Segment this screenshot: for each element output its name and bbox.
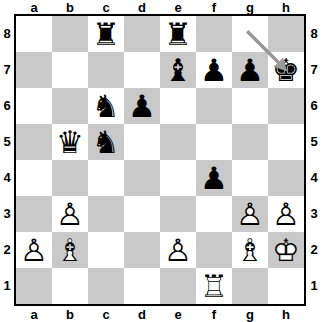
- square-c5[interactable]: ♞: [88, 124, 124, 160]
- square-e4[interactable]: [160, 160, 196, 196]
- piece-bR-c8[interactable]: ♜: [88, 16, 124, 52]
- file-label-h: h: [268, 0, 304, 14]
- piece-outline: ♖: [196, 268, 232, 304]
- piece-wP-b3[interactable]: ♟♙: [52, 196, 88, 232]
- piece-bP-f7[interactable]: ♟: [196, 52, 232, 88]
- file-label-a: a: [16, 0, 52, 14]
- piece-outline: ♗: [232, 232, 268, 268]
- square-f4[interactable]: ♟: [196, 160, 232, 196]
- square-a1[interactable]: [16, 268, 52, 304]
- piece-outline: ♙: [52, 196, 88, 232]
- square-c2[interactable]: [88, 232, 124, 268]
- square-b5[interactable]: ♛: [52, 124, 88, 160]
- file-label-e: e: [160, 0, 196, 14]
- file-label-c: c: [88, 307, 124, 321]
- square-a6[interactable]: [16, 88, 52, 124]
- rank-label-7: 7: [307, 52, 321, 88]
- square-f3[interactable]: [196, 196, 232, 232]
- rank-labels-right: 87654321: [307, 16, 321, 304]
- square-g2[interactable]: ♝♗: [232, 232, 268, 268]
- square-g6[interactable]: [232, 88, 268, 124]
- piece-wB-b2[interactable]: ♝♗: [52, 232, 88, 268]
- square-h7[interactable]: ♚: [268, 52, 304, 88]
- rank-label-7: 7: [0, 52, 14, 88]
- file-label-f: f: [196, 307, 232, 321]
- square-d4[interactable]: [124, 160, 160, 196]
- piece-bP-f4[interactable]: ♟: [196, 160, 232, 196]
- piece-wR-f1[interactable]: ♜♖: [196, 268, 232, 304]
- file-labels-bottom: abcdefgh: [16, 307, 304, 321]
- piece-bN-c5[interactable]: ♞: [88, 124, 124, 160]
- piece-bP-g7[interactable]: ♟: [232, 52, 268, 88]
- square-b3[interactable]: ♟♙: [52, 196, 88, 232]
- rank-labels-left: 87654321: [0, 16, 14, 304]
- square-f1[interactable]: ♜♖: [196, 268, 232, 304]
- square-f8[interactable]: [196, 16, 232, 52]
- file-label-b: b: [52, 0, 88, 14]
- square-a2[interactable]: ♟♙: [16, 232, 52, 268]
- piece-outline: ♙: [16, 232, 52, 268]
- rank-label-6: 6: [307, 88, 321, 124]
- square-b6[interactable]: [52, 88, 88, 124]
- square-e6[interactable]: [160, 88, 196, 124]
- piece-wP-h3[interactable]: ♟♙: [268, 196, 304, 232]
- square-h6[interactable]: [268, 88, 304, 124]
- square-h5[interactable]: [268, 124, 304, 160]
- piece-bN-c6[interactable]: ♞: [88, 88, 124, 124]
- square-f6[interactable]: [196, 88, 232, 124]
- square-d5[interactable]: [124, 124, 160, 160]
- piece-wB-g2[interactable]: ♝♗: [232, 232, 268, 268]
- square-d1[interactable]: [124, 268, 160, 304]
- file-label-d: d: [124, 307, 160, 321]
- square-f5[interactable]: [196, 124, 232, 160]
- square-g8[interactable]: [232, 16, 268, 52]
- rank-label-5: 5: [307, 124, 321, 160]
- piece-wP-a2[interactable]: ♟♙: [16, 232, 52, 268]
- piece-outline: ♙: [232, 196, 268, 232]
- chess-diagram: abcdefgh abcdefgh 87654321 87654321 ♜♜♝♟…: [0, 0, 322, 322]
- square-h3[interactable]: ♟♙: [268, 196, 304, 232]
- piece-bK-h7[interactable]: ♚: [268, 52, 304, 88]
- file-label-g: g: [232, 307, 268, 321]
- file-label-h: h: [268, 307, 304, 321]
- square-d6[interactable]: ♟: [124, 88, 160, 124]
- square-h1[interactable]: [268, 268, 304, 304]
- square-d3[interactable]: [124, 196, 160, 232]
- piece-outline: ♗: [52, 232, 88, 268]
- square-h8[interactable]: [268, 16, 304, 52]
- rank-label-4: 4: [0, 160, 14, 196]
- square-b7[interactable]: [52, 52, 88, 88]
- square-d7[interactable]: [124, 52, 160, 88]
- square-c8[interactable]: ♜: [88, 16, 124, 52]
- piece-wP-g3[interactable]: ♟♙: [232, 196, 268, 232]
- square-a8[interactable]: [16, 16, 52, 52]
- square-f7[interactable]: ♟: [196, 52, 232, 88]
- square-g4[interactable]: [232, 160, 268, 196]
- square-e5[interactable]: [160, 124, 196, 160]
- square-h4[interactable]: [268, 160, 304, 196]
- file-label-g: g: [232, 0, 268, 14]
- piece-outline: ♙: [160, 232, 196, 268]
- file-label-e: e: [160, 307, 196, 321]
- square-c1[interactable]: [88, 268, 124, 304]
- file-label-b: b: [52, 307, 88, 321]
- rank-label-4: 4: [307, 160, 321, 196]
- square-g1[interactable]: [232, 268, 268, 304]
- square-e8[interactable]: ♜: [160, 16, 196, 52]
- piece-outline: ♔: [268, 232, 304, 268]
- square-c6[interactable]: ♞: [88, 88, 124, 124]
- square-e1[interactable]: [160, 268, 196, 304]
- rank-label-1: 1: [307, 268, 321, 304]
- rank-label-3: 3: [0, 196, 14, 232]
- square-f2[interactable]: [196, 232, 232, 268]
- square-e3[interactable]: [160, 196, 196, 232]
- square-c4[interactable]: [88, 160, 124, 196]
- square-d8[interactable]: [124, 16, 160, 52]
- chess-board[interactable]: ♜♜♝♟♟♚♞♟♛♞♟♟♙♟♙♟♙♟♙♝♗♟♙♝♗♚♔♜♖: [14, 14, 306, 306]
- piece-bB-e7[interactable]: ♝: [160, 52, 196, 88]
- file-label-f: f: [196, 0, 232, 14]
- square-b2[interactable]: ♝♗: [52, 232, 88, 268]
- file-label-a: a: [16, 307, 52, 321]
- square-e7[interactable]: ♝: [160, 52, 196, 88]
- piece-bP-d6[interactable]: ♟: [124, 88, 160, 124]
- square-g7[interactable]: ♟: [232, 52, 268, 88]
- square-a5[interactable]: [16, 124, 52, 160]
- piece-bQ-b5[interactable]: ♛: [52, 124, 88, 160]
- rank-label-1: 1: [0, 268, 14, 304]
- rank-label-5: 5: [0, 124, 14, 160]
- square-b8[interactable]: [52, 16, 88, 52]
- piece-bR-e8[interactable]: ♜: [160, 16, 196, 52]
- piece-outline: ♙: [268, 196, 304, 232]
- square-e2[interactable]: ♟♙: [160, 232, 196, 268]
- square-a3[interactable]: [16, 196, 52, 232]
- rank-label-8: 8: [0, 16, 14, 52]
- square-a7[interactable]: [16, 52, 52, 88]
- square-g3[interactable]: ♟♙: [232, 196, 268, 232]
- square-c7[interactable]: [88, 52, 124, 88]
- rank-label-6: 6: [0, 88, 14, 124]
- file-labels-top: abcdefgh: [16, 0, 304, 14]
- square-a4[interactable]: [16, 160, 52, 196]
- file-label-c: c: [88, 0, 124, 14]
- square-h2[interactable]: ♚♔: [268, 232, 304, 268]
- rank-label-3: 3: [307, 196, 321, 232]
- square-g5[interactable]: [232, 124, 268, 160]
- square-c3[interactable]: [88, 196, 124, 232]
- square-b1[interactable]: [52, 268, 88, 304]
- file-label-d: d: [124, 0, 160, 14]
- piece-wK-h2[interactable]: ♚♔: [268, 232, 304, 268]
- rank-label-2: 2: [307, 232, 321, 268]
- rank-label-2: 2: [0, 232, 14, 268]
- rank-label-8: 8: [307, 16, 321, 52]
- piece-wP-e2[interactable]: ♟♙: [160, 232, 196, 268]
- square-d2[interactable]: [124, 232, 160, 268]
- square-b4[interactable]: [52, 160, 88, 196]
